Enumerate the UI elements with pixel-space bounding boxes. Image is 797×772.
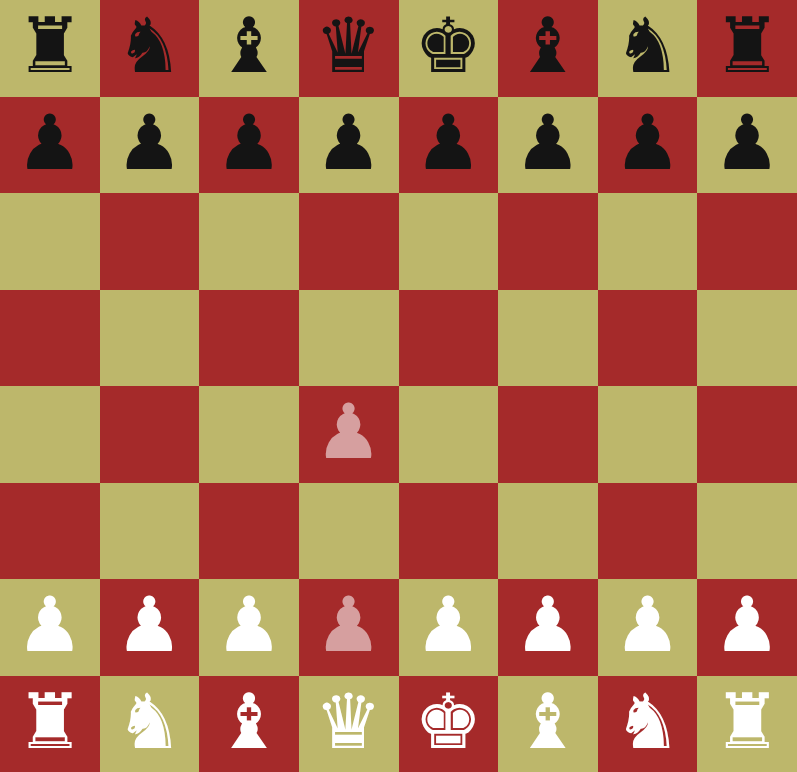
white-bishop-piece[interactable]: ♝ (215, 684, 283, 760)
square-a2[interactable]: ♟ (0, 579, 100, 676)
square-a5[interactable] (0, 290, 100, 387)
black-knight-piece[interactable]: ♞ (115, 8, 183, 84)
square-d2[interactable]: ♟ (299, 579, 399, 676)
white-bishop-piece[interactable]: ♝ (514, 684, 582, 760)
square-g2[interactable]: ♟ (598, 579, 698, 676)
square-b7[interactable]: ♟ (100, 97, 200, 194)
chess-board: ♜♞♝♛♚♝♞♜♟♟♟♟♟♟♟♟♟♟♟♟♟♟♟♟♟♜♞♝♛♚♝♞♜ (0, 0, 797, 772)
white-pawn-piece[interactable]: ♟ (115, 587, 183, 663)
black-rook-piece[interactable]: ♜ (16, 8, 84, 84)
square-c3[interactable] (199, 483, 299, 580)
square-b3[interactable] (100, 483, 200, 580)
square-h4[interactable] (697, 386, 797, 483)
square-e7[interactable]: ♟ (399, 97, 499, 194)
square-d6[interactable] (299, 193, 399, 290)
square-d4[interactable]: ♟ (299, 386, 399, 483)
square-f3[interactable] (498, 483, 598, 580)
white-king-piece[interactable]: ♚ (414, 684, 482, 760)
black-queen-piece[interactable]: ♛ (315, 8, 383, 84)
square-d5[interactable] (299, 290, 399, 387)
square-b2[interactable]: ♟ (100, 579, 200, 676)
square-f7[interactable]: ♟ (498, 97, 598, 194)
square-b1[interactable]: ♞ (100, 676, 200, 772)
white-rook-piece[interactable]: ♜ (16, 684, 84, 760)
black-knight-piece[interactable]: ♞ (613, 8, 681, 84)
square-c1[interactable]: ♝ (199, 676, 299, 772)
square-a7[interactable]: ♟ (0, 97, 100, 194)
square-g3[interactable] (598, 483, 698, 580)
black-pawn-piece[interactable]: ♟ (613, 105, 681, 181)
square-g5[interactable] (598, 290, 698, 387)
square-c6[interactable] (199, 193, 299, 290)
square-c8[interactable]: ♝ (199, 0, 299, 97)
square-h5[interactable] (697, 290, 797, 387)
square-b6[interactable] (100, 193, 200, 290)
square-e6[interactable] (399, 193, 499, 290)
square-d7[interactable]: ♟ (299, 97, 399, 194)
black-pawn-piece[interactable]: ♟ (115, 105, 183, 181)
white-pawn-piece[interactable]: ♟ (215, 587, 283, 663)
square-g8[interactable]: ♞ (598, 0, 698, 97)
square-h3[interactable] (697, 483, 797, 580)
black-bishop-piece[interactable]: ♝ (215, 8, 283, 84)
black-pawn-piece[interactable]: ♟ (713, 105, 781, 181)
black-bishop-piece[interactable]: ♝ (514, 8, 582, 84)
black-pawn-piece[interactable]: ♟ (315, 105, 383, 181)
square-d8[interactable]: ♛ (299, 0, 399, 97)
white-queen-piece[interactable]: ♛ (315, 684, 383, 760)
black-pawn-piece[interactable]: ♟ (414, 105, 482, 181)
square-c5[interactable] (199, 290, 299, 387)
square-h6[interactable] (697, 193, 797, 290)
ghost-white-pawn-piece[interactable]: ♟ (315, 587, 383, 663)
square-d3[interactable] (299, 483, 399, 580)
square-b8[interactable]: ♞ (100, 0, 200, 97)
square-e4[interactable] (399, 386, 499, 483)
square-b4[interactable] (100, 386, 200, 483)
square-f2[interactable]: ♟ (498, 579, 598, 676)
square-e8[interactable]: ♚ (399, 0, 499, 97)
square-c2[interactable]: ♟ (199, 579, 299, 676)
white-knight-piece[interactable]: ♞ (613, 684, 681, 760)
square-h8[interactable]: ♜ (697, 0, 797, 97)
square-e1[interactable]: ♚ (399, 676, 499, 772)
square-e3[interactable] (399, 483, 499, 580)
white-pawn-piece[interactable]: ♟ (514, 587, 582, 663)
white-knight-piece[interactable]: ♞ (115, 684, 183, 760)
square-a6[interactable] (0, 193, 100, 290)
square-f6[interactable] (498, 193, 598, 290)
black-pawn-piece[interactable]: ♟ (215, 105, 283, 181)
square-a1[interactable]: ♜ (0, 676, 100, 772)
square-f1[interactable]: ♝ (498, 676, 598, 772)
white-pawn-piece[interactable]: ♟ (713, 587, 781, 663)
black-rook-piece[interactable]: ♜ (713, 8, 781, 84)
white-pawn-piece[interactable]: ♟ (16, 587, 84, 663)
black-pawn-piece[interactable]: ♟ (16, 105, 84, 181)
square-c7[interactable]: ♟ (199, 97, 299, 194)
square-g1[interactable]: ♞ (598, 676, 698, 772)
black-king-piece[interactable]: ♚ (414, 8, 482, 84)
square-b5[interactable] (100, 290, 200, 387)
square-g6[interactable] (598, 193, 698, 290)
square-h7[interactable]: ♟ (697, 97, 797, 194)
white-pawn-piece[interactable]: ♟ (414, 587, 482, 663)
square-g4[interactable] (598, 386, 698, 483)
white-rook-piece[interactable]: ♜ (713, 684, 781, 760)
square-e5[interactable] (399, 290, 499, 387)
square-a4[interactable] (0, 386, 100, 483)
square-f5[interactable] (498, 290, 598, 387)
square-a8[interactable]: ♜ (0, 0, 100, 97)
square-g7[interactable]: ♟ (598, 97, 698, 194)
square-a3[interactable] (0, 483, 100, 580)
square-e2[interactable]: ♟ (399, 579, 499, 676)
square-d1[interactable]: ♛ (299, 676, 399, 772)
black-pawn-piece[interactable]: ♟ (514, 105, 582, 181)
square-h1[interactable]: ♜ (697, 676, 797, 772)
square-c4[interactable] (199, 386, 299, 483)
square-f8[interactable]: ♝ (498, 0, 598, 97)
square-f4[interactable] (498, 386, 598, 483)
ghost-white-pawn-piece[interactable]: ♟ (315, 394, 383, 470)
square-h2[interactable]: ♟ (697, 579, 797, 676)
white-pawn-piece[interactable]: ♟ (613, 587, 681, 663)
